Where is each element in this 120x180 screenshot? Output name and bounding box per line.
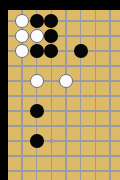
go-stone-white[interactable] [59, 74, 73, 88]
grid-line-horizontal [0, 170, 120, 171]
grid-line-horizontal [0, 110, 120, 111]
go-stone-black[interactable] [30, 14, 44, 28]
grid-line-horizontal [0, 125, 120, 126]
grid-line-horizontal [0, 140, 120, 141]
go-stone-black[interactable] [44, 44, 58, 58]
grid-line-vertical [95, 0, 96, 180]
go-stone-white[interactable] [15, 14, 29, 28]
go-stone-white[interactable] [15, 44, 29, 58]
go-stone-white[interactable] [15, 29, 29, 43]
go-stone-black[interactable] [74, 44, 88, 58]
go-stone-black[interactable] [44, 29, 58, 43]
go-stone-white[interactable] [30, 74, 44, 88]
grid-line-vertical [80, 0, 81, 180]
go-stone-black[interactable] [44, 14, 58, 28]
grid-line-vertical [65, 0, 66, 180]
grid-line-vertical [109, 0, 110, 180]
go-stone-white[interactable] [30, 29, 44, 43]
go-stone-black[interactable] [30, 104, 44, 118]
go-stone-black[interactable] [30, 134, 44, 148]
go-stone-black[interactable] [30, 44, 44, 58]
star-point [49, 139, 54, 144]
go-board-screenshot [0, 0, 120, 180]
crop-bar-left [0, 0, 8, 180]
grid-line-horizontal [0, 95, 120, 96]
go-board[interactable] [0, 0, 120, 180]
grid-line-horizontal [0, 155, 120, 156]
crop-bar-top [0, 0, 120, 10]
grid-line-horizontal [0, 65, 120, 66]
